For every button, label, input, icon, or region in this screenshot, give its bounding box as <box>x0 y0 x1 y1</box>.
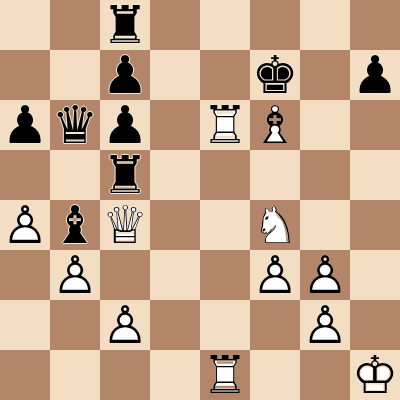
white-bishop-outline-icon: ♗ <box>250 100 300 150</box>
square-e2[interactable] <box>200 300 250 350</box>
square-f3[interactable]: ♟♙ <box>250 250 300 300</box>
white-pawn-icon: ♟ <box>50 250 100 300</box>
piece-white-knight-f4[interactable]: ♞♘ <box>250 200 300 250</box>
piece-black-pawn-c6[interactable]: ♟ <box>100 100 150 150</box>
piece-white-rook-e1[interactable]: ♜♖ <box>200 350 250 400</box>
square-d7[interactable] <box>150 50 200 100</box>
square-e5[interactable] <box>200 150 250 200</box>
square-g5[interactable] <box>300 150 350 200</box>
piece-black-rook-c5[interactable]: ♜ <box>100 150 150 200</box>
white-pawn-outline-icon: ♙ <box>100 300 150 350</box>
white-king-outline-icon: ♔ <box>350 350 400 400</box>
square-d6[interactable] <box>150 100 200 150</box>
square-d2[interactable] <box>150 300 200 350</box>
square-h7[interactable]: ♟ <box>350 50 400 100</box>
square-h6[interactable] <box>350 100 400 150</box>
black-queen-icon: ♛ <box>50 100 100 150</box>
square-d1[interactable] <box>150 350 200 400</box>
piece-black-rook-c8[interactable]: ♜ <box>100 0 150 50</box>
white-rook-icon: ♜ <box>200 350 250 400</box>
square-a6[interactable]: ♟ <box>0 100 50 150</box>
black-pawn-icon: ♟ <box>0 100 50 150</box>
square-h8[interactable] <box>350 0 400 50</box>
white-rook-outline-icon: ♖ <box>200 100 250 150</box>
square-c7[interactable]: ♟ <box>100 50 150 100</box>
square-d4[interactable] <box>150 200 200 250</box>
square-a7[interactable] <box>0 50 50 100</box>
square-f4[interactable]: ♞♘ <box>250 200 300 250</box>
square-d3[interactable] <box>150 250 200 300</box>
square-g3[interactable]: ♟♙ <box>300 250 350 300</box>
white-pawn-outline-icon: ♙ <box>300 300 350 350</box>
white-rook-icon: ♜ <box>200 100 250 150</box>
square-c4[interactable]: ♛♕ <box>100 200 150 250</box>
square-c5[interactable]: ♜ <box>100 150 150 200</box>
square-b4[interactable]: ♝ <box>50 200 100 250</box>
square-b8[interactable] <box>50 0 100 50</box>
piece-white-pawn-b3[interactable]: ♟♙ <box>50 250 100 300</box>
square-g8[interactable] <box>300 0 350 50</box>
piece-black-queen-b6[interactable]: ♛ <box>50 100 100 150</box>
piece-white-pawn-a4[interactable]: ♟♙ <box>0 200 50 250</box>
square-e3[interactable] <box>200 250 250 300</box>
piece-white-pawn-g3[interactable]: ♟♙ <box>300 250 350 300</box>
white-pawn-icon: ♟ <box>100 300 150 350</box>
square-b6[interactable]: ♛ <box>50 100 100 150</box>
square-b2[interactable] <box>50 300 100 350</box>
square-g1[interactable] <box>300 350 350 400</box>
square-c2[interactable]: ♟♙ <box>100 300 150 350</box>
square-f7[interactable]: ♚ <box>250 50 300 100</box>
square-c6[interactable]: ♟ <box>100 100 150 150</box>
black-rook-icon: ♜ <box>100 150 150 200</box>
square-b7[interactable] <box>50 50 100 100</box>
square-g4[interactable] <box>300 200 350 250</box>
chess-board: ♜♟♚♟♟♛♟♜♖♝♗♜♟♙♝♛♕♞♘♟♙♟♙♟♙♟♙♟♙♜♖♚♔ <box>0 0 400 400</box>
square-f6[interactable]: ♝♗ <box>250 100 300 150</box>
square-a1[interactable] <box>0 350 50 400</box>
white-pawn-icon: ♟ <box>250 250 300 300</box>
square-c3[interactable] <box>100 250 150 300</box>
square-h1[interactable]: ♚♔ <box>350 350 400 400</box>
white-pawn-outline-icon: ♙ <box>0 200 50 250</box>
square-c1[interactable] <box>100 350 150 400</box>
black-pawn-icon: ♟ <box>350 50 400 100</box>
piece-white-pawn-g2[interactable]: ♟♙ <box>300 300 350 350</box>
square-e4[interactable] <box>200 200 250 250</box>
piece-black-pawn-c7[interactable]: ♟ <box>100 50 150 100</box>
piece-white-queen-c4[interactable]: ♛♕ <box>100 200 150 250</box>
piece-white-rook-e6[interactable]: ♜♖ <box>200 100 250 150</box>
square-e7[interactable] <box>200 50 250 100</box>
white-pawn-outline-icon: ♙ <box>250 250 300 300</box>
square-b3[interactable]: ♟♙ <box>50 250 100 300</box>
square-e8[interactable] <box>200 0 250 50</box>
white-pawn-icon: ♟ <box>300 300 350 350</box>
white-pawn-outline-icon: ♙ <box>300 250 350 300</box>
square-f1[interactable] <box>250 350 300 400</box>
black-rook-icon: ♜ <box>100 0 150 50</box>
square-a8[interactable] <box>0 0 50 50</box>
piece-white-pawn-c2[interactable]: ♟♙ <box>100 300 150 350</box>
piece-black-pawn-h7[interactable]: ♟ <box>350 50 400 100</box>
white-knight-outline-icon: ♘ <box>250 200 300 250</box>
square-a4[interactable]: ♟♙ <box>0 200 50 250</box>
piece-black-king-f7[interactable]: ♚ <box>250 50 300 100</box>
white-pawn-icon: ♟ <box>300 250 350 300</box>
white-queen-outline-icon: ♕ <box>100 200 150 250</box>
piece-white-pawn-f3[interactable]: ♟♙ <box>250 250 300 300</box>
black-king-icon: ♚ <box>250 50 300 100</box>
square-f8[interactable] <box>250 0 300 50</box>
white-pawn-icon: ♟ <box>0 200 50 250</box>
white-knight-icon: ♞ <box>250 200 300 250</box>
square-a2[interactable] <box>0 300 50 350</box>
square-g6[interactable] <box>300 100 350 150</box>
piece-black-pawn-a6[interactable]: ♟ <box>0 100 50 150</box>
black-pawn-icon: ♟ <box>100 50 150 100</box>
white-queen-icon: ♛ <box>100 200 150 250</box>
square-f2[interactable] <box>250 300 300 350</box>
square-a5[interactable] <box>0 150 50 200</box>
black-pawn-icon: ♟ <box>100 100 150 150</box>
white-king-icon: ♚ <box>350 350 400 400</box>
piece-white-bishop-f6[interactable]: ♝♗ <box>250 100 300 150</box>
square-h5[interactable] <box>350 150 400 200</box>
square-b1[interactable] <box>50 350 100 400</box>
black-bishop-icon: ♝ <box>50 200 100 250</box>
square-c8[interactable]: ♜ <box>100 0 150 50</box>
square-h3[interactable] <box>350 250 400 300</box>
square-h4[interactable] <box>350 200 400 250</box>
square-a3[interactable] <box>0 250 50 300</box>
white-rook-outline-icon: ♖ <box>200 350 250 400</box>
square-g2[interactable]: ♟♙ <box>300 300 350 350</box>
piece-white-king-h1[interactable]: ♚♔ <box>350 350 400 400</box>
square-d5[interactable] <box>150 150 200 200</box>
white-pawn-outline-icon: ♙ <box>50 250 100 300</box>
white-bishop-icon: ♝ <box>250 100 300 150</box>
square-f5[interactable] <box>250 150 300 200</box>
square-g7[interactable] <box>300 50 350 100</box>
square-b5[interactable] <box>50 150 100 200</box>
square-e6[interactable]: ♜♖ <box>200 100 250 150</box>
square-d8[interactable] <box>150 0 200 50</box>
square-h2[interactable] <box>350 300 400 350</box>
square-e1[interactable]: ♜♖ <box>200 350 250 400</box>
piece-black-bishop-b4[interactable]: ♝ <box>50 200 100 250</box>
